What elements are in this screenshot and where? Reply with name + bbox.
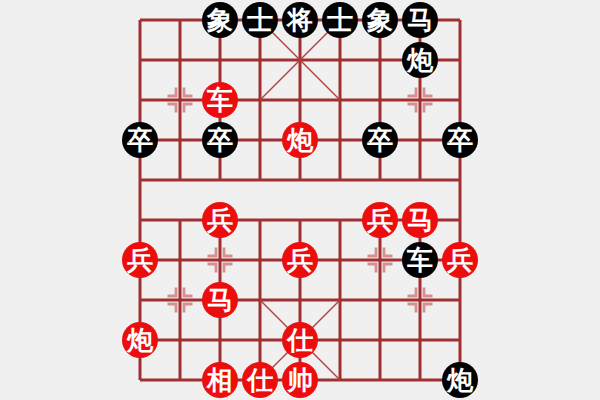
piece-red-elephant[interactable]: 相 (202, 362, 238, 398)
piece-black-cannon[interactable]: 炮 (442, 362, 478, 398)
piece-red-chariot[interactable]: 车 (202, 82, 238, 118)
piece-red-horse[interactable]: 马 (202, 282, 238, 318)
piece-black-horse[interactable]: 马 (402, 2, 438, 38)
piece-black-cannon[interactable]: 炮 (402, 42, 438, 78)
piece-red-general[interactable]: 帅 (282, 362, 318, 398)
piece-black-general[interactable]: 将 (282, 2, 318, 38)
piece-black-soldier[interactable]: 卒 (442, 122, 478, 158)
piece-red-cannon[interactable]: 炮 (282, 122, 318, 158)
piece-black-advisor[interactable]: 士 (322, 2, 358, 38)
piece-black-elephant[interactable]: 象 (362, 2, 398, 38)
piece-red-soldier[interactable]: 兵 (362, 202, 398, 238)
piece-black-soldier[interactable]: 卒 (202, 122, 238, 158)
app-background: 象士将士象马炮卒卒卒卒车炮车炮兵兵马兵兵兵马炮仕相仕帅 (0, 0, 600, 400)
piece-black-soldier[interactable]: 卒 (362, 122, 398, 158)
piece-red-cannon[interactable]: 炮 (122, 322, 158, 358)
piece-red-soldier[interactable]: 兵 (442, 242, 478, 278)
board-grid: 象士将士象马炮卒卒卒卒车炮车炮兵兵马兵兵兵马炮仕相仕帅 (120, 0, 480, 400)
piece-black-advisor[interactable]: 士 (242, 2, 278, 38)
piece-red-advisor[interactable]: 仕 (242, 362, 278, 398)
piece-red-soldier[interactable]: 兵 (122, 242, 158, 278)
piece-black-soldier[interactable]: 卒 (122, 122, 158, 158)
piece-black-elephant[interactable]: 象 (202, 2, 238, 38)
piece-red-soldier[interactable]: 兵 (202, 202, 238, 238)
piece-red-advisor[interactable]: 仕 (282, 322, 318, 358)
piece-red-horse[interactable]: 马 (402, 202, 438, 238)
piece-black-chariot[interactable]: 车 (402, 242, 438, 278)
piece-red-soldier[interactable]: 兵 (282, 242, 318, 278)
xiangqi-board: 象士将士象马炮卒卒卒卒车炮车炮兵兵马兵兵兵马炮仕相仕帅 (120, 0, 480, 400)
